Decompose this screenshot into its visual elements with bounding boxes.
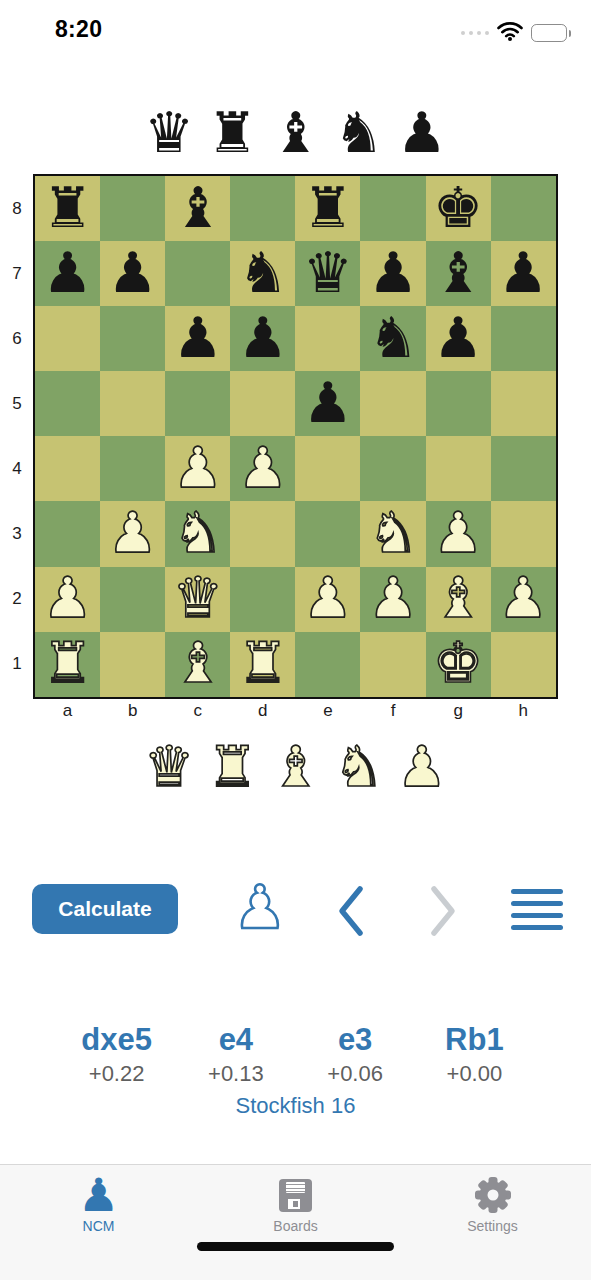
square-a8[interactable]: ♜: [35, 176, 100, 241]
square-a5[interactable]: [35, 371, 100, 436]
tray-black-bishop[interactable]: ♝: [270, 101, 320, 165]
square-f6[interactable]: ♞: [360, 306, 425, 371]
piece-black-pawn[interactable]: ♟: [173, 310, 223, 366]
tray-white-bishop[interactable]: ♝: [270, 735, 320, 799]
menu-icon[interactable]: [511, 889, 563, 930]
square-b7[interactable]: ♟: [100, 241, 165, 306]
engine-name: Stockfish 16: [0, 1093, 591, 1119]
square-d1[interactable]: ♜: [230, 632, 295, 697]
tab-label: Settings: [467, 1218, 518, 1234]
move-eval: +0.00: [415, 1061, 534, 1087]
square-g3[interactable]: ♟: [426, 501, 491, 566]
gear-icon: [474, 1176, 512, 1214]
file-label-h: h: [491, 701, 556, 721]
square-f8[interactable]: [360, 176, 425, 241]
tray-white-queen[interactable]: ♛: [144, 735, 194, 799]
square-d3[interactable]: [230, 501, 295, 566]
square-g7[interactable]: ♝: [426, 241, 491, 306]
tray-white-knight[interactable]: ♞: [334, 735, 384, 799]
rank-label-8: 8: [6, 176, 28, 241]
move-eval: +0.13: [176, 1061, 295, 1087]
square-d4[interactable]: ♟: [230, 436, 295, 501]
square-d2[interactable]: [230, 567, 295, 632]
floppy-icon: [279, 1179, 312, 1212]
suggested-move[interactable]: e3 +0.06: [296, 1022, 415, 1087]
previous-move-button[interactable]: [336, 884, 366, 942]
rank-label-7: 7: [6, 241, 28, 306]
piece-black-pawn[interactable]: ♟: [108, 245, 158, 301]
move-san[interactable]: Rb1: [415, 1022, 534, 1058]
tab-boards[interactable]: Boards: [197, 1165, 394, 1280]
app-screen: 8:20 ♛♜♝♞♟ 87654321 ♜♝♜♚♟♟♞♛♟♝♟♟♟♞♟♟♟♟♟♞…: [0, 0, 591, 1280]
square-c5[interactable]: [165, 371, 230, 436]
square-b1[interactable]: [100, 632, 165, 697]
square-g2[interactable]: ♝: [426, 567, 491, 632]
file-labels: abcdefgh: [35, 701, 556, 721]
square-c3[interactable]: ♞: [165, 501, 230, 566]
piece-black-knight[interactable]: ♞: [238, 245, 288, 301]
square-c6[interactable]: ♟: [165, 306, 230, 371]
piece-black-king[interactable]: ♚: [433, 180, 483, 236]
piece-white-knight[interactable]: ♞: [368, 505, 418, 561]
move-san[interactable]: e4: [176, 1022, 295, 1058]
file-label-a: a: [35, 701, 100, 721]
square-f2[interactable]: ♟: [360, 567, 425, 632]
piece-white-pawn[interactable]: ♟: [42, 570, 92, 626]
file-label-g: g: [426, 701, 491, 721]
tab-label: NCM: [83, 1218, 115, 1234]
square-a7[interactable]: ♟: [35, 241, 100, 306]
tray-black-rook[interactable]: ♜: [207, 101, 257, 165]
black-piece-tray: ♛♜♝♞♟: [0, 95, 591, 165]
file-label-e: e: [295, 701, 360, 721]
square-b8[interactable]: [100, 176, 165, 241]
tray-black-knight[interactable]: ♞: [334, 101, 384, 165]
tray-black-pawn[interactable]: ♟: [397, 101, 447, 165]
square-e3[interactable]: [295, 501, 360, 566]
square-e1[interactable]: [295, 632, 360, 697]
engine-move-suggestions: dxe5 +0.22 e4 +0.13 e3 +0.06 Rb1 +0.00: [57, 1022, 534, 1087]
rank-label-3: 3: [6, 501, 28, 566]
square-d5[interactable]: [230, 371, 295, 436]
rank-label-5: 5: [6, 371, 28, 436]
white-piece-tray: ♛♜♝♞♟: [0, 729, 591, 799]
rank-label-6: 6: [6, 306, 28, 371]
tray-white-rook[interactable]: ♜: [207, 735, 257, 799]
tab-label: Boards: [273, 1218, 317, 1234]
tab-ncm[interactable]: ♟ NCM: [0, 1165, 197, 1280]
cellular-dots-icon: [461, 31, 490, 36]
calculate-button[interactable]: Calculate: [32, 884, 178, 934]
piece-white-pawn[interactable]: ♟: [173, 440, 223, 496]
home-indicator[interactable]: [197, 1242, 394, 1251]
square-d8[interactable]: [230, 176, 295, 241]
square-a6[interactable]: [35, 306, 100, 371]
rank-label-4: 4: [6, 436, 28, 501]
tray-white-pawn[interactable]: ♟: [397, 735, 447, 799]
piece-white-pawn[interactable]: ♟: [303, 570, 353, 626]
piece-white-king[interactable]: ♚: [433, 635, 483, 691]
piece-white-bishop[interactable]: ♝: [173, 635, 223, 691]
square-e7[interactable]: ♛: [295, 241, 360, 306]
suggested-move[interactable]: dxe5 +0.22: [57, 1022, 176, 1087]
square-b5[interactable]: [100, 371, 165, 436]
file-label-d: d: [230, 701, 295, 721]
square-d7[interactable]: ♞: [230, 241, 295, 306]
piece-black-pawn[interactable]: ♟: [42, 245, 92, 301]
square-c7[interactable]: [165, 241, 230, 306]
square-a1[interactable]: ♜: [35, 632, 100, 697]
wifi-icon: [497, 21, 523, 45]
square-g8[interactable]: ♚: [426, 176, 491, 241]
piece-white-bishop[interactable]: ♝: [433, 570, 483, 626]
square-f3[interactable]: ♞: [360, 501, 425, 566]
square-h5[interactable]: [491, 371, 556, 436]
suggested-move[interactable]: Rb1 +0.00: [415, 1022, 534, 1087]
next-move-button[interactable]: [428, 884, 458, 942]
piece-black-knight[interactable]: ♞: [368, 310, 418, 366]
square-d6[interactable]: ♟: [230, 306, 295, 371]
status-icons: [461, 23, 568, 43]
square-a2[interactable]: ♟: [35, 567, 100, 632]
piece-white-rook[interactable]: ♜: [238, 635, 288, 691]
tab-settings[interactable]: Settings: [394, 1165, 591, 1280]
chess-board: ♜♝♜♚♟♟♞♛♟♝♟♟♟♞♟♟♟♟♟♞♞♟♟♛♟♟♝♟♜♝♜♚: [33, 174, 558, 699]
square-h7[interactable]: ♟: [491, 241, 556, 306]
battery-icon: [531, 24, 567, 42]
square-a3[interactable]: [35, 501, 100, 566]
square-g6[interactable]: ♟: [426, 306, 491, 371]
square-g4[interactable]: [426, 436, 491, 501]
piece-black-pawn[interactable]: ♟: [433, 310, 483, 366]
move-san[interactable]: e3: [296, 1022, 415, 1058]
piece-black-rook[interactable]: ♜: [303, 180, 353, 236]
move-eval: +0.06: [296, 1061, 415, 1087]
square-c8[interactable]: ♝: [165, 176, 230, 241]
rank-label-2: 2: [6, 567, 28, 632]
square-h6[interactable]: [491, 306, 556, 371]
piece-black-pawn[interactable]: ♟: [368, 245, 418, 301]
piece-white-queen[interactable]: ♛: [173, 570, 223, 626]
piece-black-queen[interactable]: ♛: [303, 245, 353, 301]
square-h1[interactable]: [491, 632, 556, 697]
piece-white-pawn[interactable]: ♟: [368, 570, 418, 626]
piece-white-rook[interactable]: ♜: [42, 635, 92, 691]
square-g1[interactable]: ♚: [426, 632, 491, 697]
tab-bar: ♟ NCM Boards Settings: [0, 1164, 591, 1280]
piece-black-bishop[interactable]: ♝: [433, 245, 483, 301]
square-f7[interactable]: ♟: [360, 241, 425, 306]
square-h2[interactable]: ♟: [491, 567, 556, 632]
square-h4[interactable]: [491, 436, 556, 501]
square-c4[interactable]: ♟: [165, 436, 230, 501]
square-b6[interactable]: [100, 306, 165, 371]
square-a4[interactable]: [35, 436, 100, 501]
piece-black-bishop[interactable]: ♝: [173, 180, 223, 236]
square-e4[interactable]: [295, 436, 360, 501]
square-c1[interactable]: ♝: [165, 632, 230, 697]
piece-black-pawn[interactable]: ♟: [238, 310, 288, 366]
toolbar: Calculate ♟: [0, 882, 591, 942]
square-e5[interactable]: ♟: [295, 371, 360, 436]
tray-black-queen[interactable]: ♛: [144, 101, 194, 165]
square-h8[interactable]: [491, 176, 556, 241]
square-b2[interactable]: [100, 567, 165, 632]
square-e6[interactable]: [295, 306, 360, 371]
square-e8[interactable]: ♜: [295, 176, 360, 241]
move-san[interactable]: dxe5: [57, 1022, 176, 1058]
square-f5[interactable]: [360, 371, 425, 436]
file-label-b: b: [100, 701, 165, 721]
square-g5[interactable]: [426, 371, 491, 436]
piece-white-pawn[interactable]: ♟: [433, 505, 483, 561]
suggested-move[interactable]: e4 +0.13: [176, 1022, 295, 1087]
piece-white-pawn[interactable]: ♟: [238, 440, 288, 496]
piece-black-rook[interactable]: ♜: [42, 180, 92, 236]
piece-white-pawn[interactable]: ♟: [108, 505, 158, 561]
piece-black-pawn[interactable]: ♟: [303, 375, 353, 431]
file-label-c: c: [165, 701, 230, 721]
square-f1[interactable]: [360, 632, 425, 697]
pawn-icon: ♟: [78, 1173, 119, 1217]
file-label-f: f: [360, 701, 425, 721]
piece-white-knight[interactable]: ♞: [173, 505, 223, 561]
square-f4[interactable]: [360, 436, 425, 501]
square-c2[interactable]: ♛: [165, 567, 230, 632]
rank-labels: 87654321: [6, 176, 28, 697]
square-b3[interactable]: ♟: [100, 501, 165, 566]
piece-black-pawn[interactable]: ♟: [498, 245, 548, 301]
status-time: 8:20: [55, 16, 102, 43]
rank-label-1: 1: [6, 632, 28, 697]
square-h3[interactable]: [491, 501, 556, 566]
move-eval: +0.22: [57, 1061, 176, 1087]
square-e2[interactable]: ♟: [295, 567, 360, 632]
side-to-move-pawn-icon[interactable]: ♟: [228, 876, 292, 938]
square-b4[interactable]: [100, 436, 165, 501]
piece-white-pawn[interactable]: ♟: [498, 570, 548, 626]
